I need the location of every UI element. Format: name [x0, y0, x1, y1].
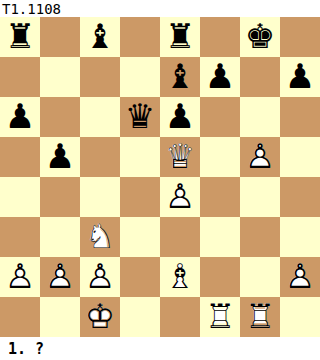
piece-bb: ♝ [160, 57, 200, 97]
piece-glyph-layer: ♝ [160, 57, 200, 97]
square-f7[interactable]: ♟ [200, 57, 240, 97]
square-c7[interactable] [80, 57, 120, 97]
piece-glyph-layer: ♟ [280, 57, 320, 97]
square-e5[interactable]: ♛♕ [160, 137, 200, 177]
square-f1[interactable]: ♜♖ [200, 297, 240, 337]
square-f4[interactable] [200, 177, 240, 217]
piece-wp: ♟♙ [280, 257, 320, 297]
square-a3[interactable] [0, 217, 40, 257]
square-h5[interactable] [280, 137, 320, 177]
piece-outline-layer: ♙ [160, 177, 200, 217]
piece-bp: ♟ [200, 57, 240, 97]
square-g2[interactable] [240, 257, 280, 297]
piece-outline-layer: ♔ [80, 297, 120, 337]
piece-outline-layer: ♖ [240, 297, 280, 337]
square-a2[interactable]: ♟♙ [0, 257, 40, 297]
puzzle-title: T1.1108 [0, 0, 320, 17]
square-e8[interactable]: ♜ [160, 17, 200, 57]
square-d3[interactable] [120, 217, 160, 257]
piece-bb: ♝ [80, 17, 120, 57]
piece-wp: ♟♙ [80, 257, 120, 297]
square-h7[interactable]: ♟ [280, 57, 320, 97]
square-f5[interactable] [200, 137, 240, 177]
piece-outline-layer: ♘ [80, 217, 120, 257]
square-f3[interactable] [200, 217, 240, 257]
square-g1[interactable]: ♜♖ [240, 297, 280, 337]
piece-wp: ♟♙ [40, 257, 80, 297]
piece-glyph-layer: ♟ [40, 137, 80, 177]
square-b1[interactable] [40, 297, 80, 337]
square-a7[interactable] [0, 57, 40, 97]
piece-bp: ♟ [160, 97, 200, 137]
square-h6[interactable] [280, 97, 320, 137]
piece-glyph-layer: ♝ [80, 17, 120, 57]
piece-outline-layer: ♖ [200, 297, 240, 337]
square-f6[interactable] [200, 97, 240, 137]
piece-bp: ♟ [280, 57, 320, 97]
piece-outline-layer: ♗ [160, 257, 200, 297]
square-a8[interactable]: ♜ [0, 17, 40, 57]
piece-glyph-layer: ♚ [240, 17, 280, 57]
piece-wk: ♚♔ [80, 297, 120, 337]
square-e7[interactable]: ♝ [160, 57, 200, 97]
square-c2[interactable]: ♟♙ [80, 257, 120, 297]
move-prompt: 1. ? [0, 337, 320, 360]
square-b7[interactable] [40, 57, 80, 97]
piece-outline-layer: ♙ [280, 257, 320, 297]
square-b4[interactable] [40, 177, 80, 217]
piece-br: ♜ [160, 17, 200, 57]
piece-wq: ♛♕ [160, 137, 200, 177]
piece-outline-layer: ♙ [0, 257, 40, 297]
square-a1[interactable] [0, 297, 40, 337]
square-g6[interactable] [240, 97, 280, 137]
square-h8[interactable] [280, 17, 320, 57]
square-h2[interactable]: ♟♙ [280, 257, 320, 297]
square-a6[interactable]: ♟ [0, 97, 40, 137]
square-b6[interactable] [40, 97, 80, 137]
square-e1[interactable] [160, 297, 200, 337]
square-f2[interactable] [200, 257, 240, 297]
square-g4[interactable] [240, 177, 280, 217]
square-e4[interactable]: ♟♙ [160, 177, 200, 217]
piece-wp: ♟♙ [160, 177, 200, 217]
square-b8[interactable] [40, 17, 80, 57]
square-c3[interactable]: ♞♘ [80, 217, 120, 257]
square-b2[interactable]: ♟♙ [40, 257, 80, 297]
piece-glyph-layer: ♛ [120, 97, 160, 137]
square-d7[interactable] [120, 57, 160, 97]
square-a4[interactable] [0, 177, 40, 217]
square-c6[interactable] [80, 97, 120, 137]
square-e6[interactable]: ♟ [160, 97, 200, 137]
square-h3[interactable] [280, 217, 320, 257]
square-c4[interactable] [80, 177, 120, 217]
piece-outline-layer: ♙ [80, 257, 120, 297]
square-g3[interactable] [240, 217, 280, 257]
square-d8[interactable] [120, 17, 160, 57]
piece-bq: ♛ [120, 97, 160, 137]
piece-wr: ♜♖ [240, 297, 280, 337]
square-e3[interactable] [160, 217, 200, 257]
square-f8[interactable] [200, 17, 240, 57]
piece-glyph-layer: ♟ [160, 97, 200, 137]
square-e2[interactable]: ♝♗ [160, 257, 200, 297]
square-d1[interactable] [120, 297, 160, 337]
piece-glyph-layer: ♟ [0, 97, 40, 137]
piece-outline-layer: ♕ [160, 137, 200, 177]
piece-glyph-layer: ♟ [200, 57, 240, 97]
square-a5[interactable] [0, 137, 40, 177]
piece-wb: ♝♗ [160, 257, 200, 297]
square-d6[interactable]: ♛ [120, 97, 160, 137]
piece-wp: ♟♙ [240, 137, 280, 177]
square-d5[interactable] [120, 137, 160, 177]
piece-wp: ♟♙ [0, 257, 40, 297]
square-b5[interactable]: ♟ [40, 137, 80, 177]
piece-bk: ♚ [240, 17, 280, 57]
square-d2[interactable] [120, 257, 160, 297]
square-c1[interactable]: ♚♔ [80, 297, 120, 337]
square-c8[interactable]: ♝ [80, 17, 120, 57]
square-g8[interactable]: ♚ [240, 17, 280, 57]
piece-bp: ♟ [0, 97, 40, 137]
square-b3[interactable] [40, 217, 80, 257]
piece-outline-layer: ♙ [40, 257, 80, 297]
piece-outline-layer: ♙ [240, 137, 280, 177]
square-g7[interactable] [240, 57, 280, 97]
chess-board: ♜♝♜♚♝♟♟♟♛♟♟♛♕♟♙♟♙♞♘♟♙♟♙♟♙♝♗♟♙♚♔♜♖♜♖ [0, 17, 320, 337]
square-d4[interactable] [120, 177, 160, 217]
square-h4[interactable] [280, 177, 320, 217]
piece-wr: ♜♖ [200, 297, 240, 337]
square-g5[interactable]: ♟♙ [240, 137, 280, 177]
square-h1[interactable] [280, 297, 320, 337]
piece-wn: ♞♘ [80, 217, 120, 257]
piece-glyph-layer: ♜ [160, 17, 200, 57]
square-c5[interactable] [80, 137, 120, 177]
piece-bp: ♟ [40, 137, 80, 177]
piece-br: ♜ [0, 17, 40, 57]
piece-glyph-layer: ♜ [0, 17, 40, 57]
